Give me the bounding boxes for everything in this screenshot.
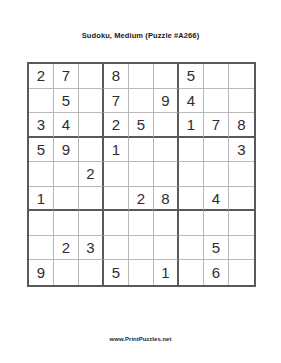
cell-r9c6: 1 <box>154 260 179 285</box>
cell-r8c9 <box>229 236 254 261</box>
cell-r2c7: 4 <box>179 89 204 114</box>
cell-r5c2 <box>54 162 79 187</box>
page-title: Sudoku, Medium (Puzzle #A266) <box>0 31 281 40</box>
cell-r1c3 <box>79 64 104 89</box>
cell-r9c5 <box>129 260 154 285</box>
cell-r4c6 <box>154 138 179 163</box>
cell-r3c5: 5 <box>129 113 154 138</box>
cell-r9c9 <box>229 260 254 285</box>
cell-r7c4 <box>104 211 129 236</box>
sudoku-grid: 2785579434251785913212842359516 <box>27 62 256 287</box>
cell-r5c8 <box>204 162 229 187</box>
cell-r4c1: 5 <box>29 138 54 163</box>
cell-r7c9 <box>229 211 254 236</box>
cell-r3c1: 3 <box>29 113 54 138</box>
cell-r9c4: 5 <box>104 260 129 285</box>
cell-r4c2: 9 <box>54 138 79 163</box>
cell-r8c8: 5 <box>204 236 229 261</box>
cell-r1c1: 2 <box>29 64 54 89</box>
cell-r3c4: 2 <box>104 113 129 138</box>
cell-r2c4: 7 <box>104 89 129 114</box>
cell-r5c3: 2 <box>79 162 104 187</box>
cell-r7c5 <box>129 211 154 236</box>
footer-site-url: www.PrintPuzzles.net <box>0 336 281 342</box>
cell-r6c9 <box>229 187 254 212</box>
cell-r4c5 <box>129 138 154 163</box>
cell-r2c6: 9 <box>154 89 179 114</box>
cell-r1c9 <box>229 64 254 89</box>
cell-r7c7 <box>179 211 204 236</box>
cell-r1c4: 8 <box>104 64 129 89</box>
cell-r8c5 <box>129 236 154 261</box>
cell-r9c7 <box>179 260 204 285</box>
cell-r6c5: 2 <box>129 187 154 212</box>
cell-r4c7 <box>179 138 204 163</box>
cell-r3c6 <box>154 113 179 138</box>
cell-r6c1: 1 <box>29 187 54 212</box>
cell-r5c6 <box>154 162 179 187</box>
cell-r6c8: 4 <box>204 187 229 212</box>
cell-r7c2 <box>54 211 79 236</box>
cell-r5c1 <box>29 162 54 187</box>
cell-r1c8 <box>204 64 229 89</box>
cell-r7c3 <box>79 211 104 236</box>
cell-r4c8 <box>204 138 229 163</box>
cell-r2c9 <box>229 89 254 114</box>
cell-r3c8: 7 <box>204 113 229 138</box>
cell-r6c4 <box>104 187 129 212</box>
cell-r5c5 <box>129 162 154 187</box>
cell-r8c3: 3 <box>79 236 104 261</box>
cell-r8c7 <box>179 236 204 261</box>
cell-r1c6 <box>154 64 179 89</box>
cell-r9c1: 9 <box>29 260 54 285</box>
cell-r6c2 <box>54 187 79 212</box>
cell-r3c7: 1 <box>179 113 204 138</box>
cell-r4c9: 3 <box>229 138 254 163</box>
cell-r2c1 <box>29 89 54 114</box>
cell-r5c7 <box>179 162 204 187</box>
cell-r2c3 <box>79 89 104 114</box>
cell-r1c5 <box>129 64 154 89</box>
cell-r9c2 <box>54 260 79 285</box>
cell-r7c8 <box>204 211 229 236</box>
cell-r7c1 <box>29 211 54 236</box>
cell-r4c4: 1 <box>104 138 129 163</box>
cell-r3c2: 4 <box>54 113 79 138</box>
cell-r1c7: 5 <box>179 64 204 89</box>
cell-r5c9 <box>229 162 254 187</box>
cell-r8c1 <box>29 236 54 261</box>
cell-r6c3 <box>79 187 104 212</box>
cell-r7c6 <box>154 211 179 236</box>
cell-r9c8: 6 <box>204 260 229 285</box>
cell-r3c3 <box>79 113 104 138</box>
cell-r2c2: 5 <box>54 89 79 114</box>
cell-r2c5 <box>129 89 154 114</box>
cell-r8c4 <box>104 236 129 261</box>
cell-r9c3 <box>79 260 104 285</box>
cell-r1c2: 7 <box>54 64 79 89</box>
cell-r6c7 <box>179 187 204 212</box>
cell-r6c6: 8 <box>154 187 179 212</box>
cell-r4c3 <box>79 138 104 163</box>
cell-r2c8 <box>204 89 229 114</box>
cell-r8c6 <box>154 236 179 261</box>
cell-r8c2: 2 <box>54 236 79 261</box>
cell-r5c4 <box>104 162 129 187</box>
cell-r3c9: 8 <box>229 113 254 138</box>
